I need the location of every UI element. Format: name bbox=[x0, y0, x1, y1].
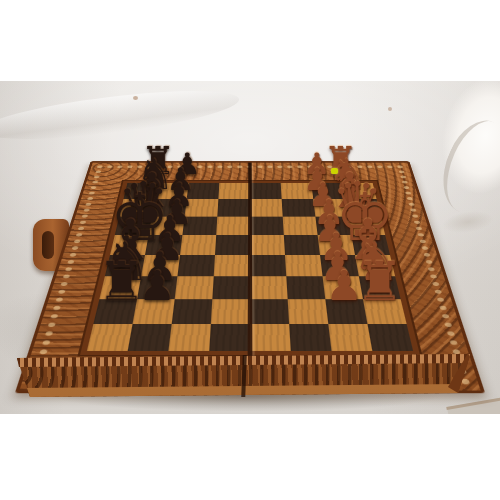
board-square bbox=[115, 217, 152, 236]
board-square bbox=[133, 299, 175, 324]
board-square bbox=[250, 299, 289, 324]
board-square bbox=[363, 299, 407, 324]
board-square bbox=[318, 235, 355, 255]
board-square bbox=[168, 324, 210, 351]
board-square bbox=[250, 183, 282, 199]
board-square bbox=[141, 255, 180, 276]
board-square bbox=[328, 324, 372, 351]
board-square bbox=[211, 299, 250, 324]
board-square bbox=[155, 183, 189, 199]
board-square bbox=[119, 199, 155, 216]
chess-board-box-top bbox=[15, 161, 485, 393]
board-square bbox=[281, 183, 314, 199]
board-square bbox=[250, 235, 285, 255]
board-square bbox=[320, 255, 359, 276]
photo: ♜♟♟♜♞♟♟♞♝♟♟♝♛♟♟♛♚♟♟♚♝♟♟♝♞♟♟♞♜♟♟♜ bbox=[0, 81, 500, 414]
board-square bbox=[285, 255, 323, 276]
board-square bbox=[284, 235, 320, 255]
board-square bbox=[212, 276, 250, 299]
board-fold-seam bbox=[248, 163, 253, 391]
handle-slot bbox=[42, 231, 54, 259]
board-square bbox=[367, 324, 413, 351]
fabric-speck bbox=[388, 107, 392, 111]
board-square bbox=[172, 299, 213, 324]
board-square bbox=[250, 324, 291, 351]
fabric-speck bbox=[133, 96, 138, 100]
board-square bbox=[180, 235, 216, 255]
board-square bbox=[99, 276, 141, 299]
board-square bbox=[323, 276, 363, 299]
board-square bbox=[87, 324, 133, 351]
board-square bbox=[218, 183, 250, 199]
board-square bbox=[250, 276, 288, 299]
board-square bbox=[359, 276, 401, 299]
board-square bbox=[149, 217, 185, 236]
board-square bbox=[355, 255, 395, 276]
board-square bbox=[145, 235, 182, 255]
board-square bbox=[175, 276, 214, 299]
board-square bbox=[214, 255, 250, 276]
board-square bbox=[283, 217, 318, 236]
board-square bbox=[313, 199, 348, 216]
board-square bbox=[286, 276, 325, 299]
board-square bbox=[185, 199, 219, 216]
board-square bbox=[250, 199, 283, 216]
board-square bbox=[137, 276, 177, 299]
board-square bbox=[342, 183, 377, 199]
board-square bbox=[152, 199, 187, 216]
board-square bbox=[128, 324, 172, 351]
board-square bbox=[250, 217, 284, 236]
board-square bbox=[311, 183, 345, 199]
board-square bbox=[250, 255, 286, 276]
board-square bbox=[209, 324, 250, 351]
board-square bbox=[282, 199, 316, 216]
board-square bbox=[105, 255, 145, 276]
board-square bbox=[325, 299, 367, 324]
board-square bbox=[315, 217, 351, 236]
screenshot-canvas: ♜♟♟♜♞♟♟♞♝♟♟♝♛♟♟♛♚♟♟♚♝♟♟♝♞♟♟♞♜♟♟♜ bbox=[0, 0, 500, 500]
board-square bbox=[351, 235, 390, 255]
board-square bbox=[216, 217, 250, 236]
board-square bbox=[182, 217, 217, 236]
board-square bbox=[110, 235, 149, 255]
price-sticker bbox=[331, 168, 338, 174]
board-square bbox=[289, 324, 331, 351]
board-square bbox=[288, 299, 329, 324]
board-square bbox=[187, 183, 220, 199]
board-square bbox=[215, 235, 250, 255]
board-square bbox=[217, 199, 250, 216]
board-square bbox=[177, 255, 215, 276]
board-square bbox=[93, 299, 137, 324]
board-square bbox=[348, 217, 385, 236]
board-square bbox=[345, 199, 381, 216]
board-square bbox=[123, 183, 158, 199]
